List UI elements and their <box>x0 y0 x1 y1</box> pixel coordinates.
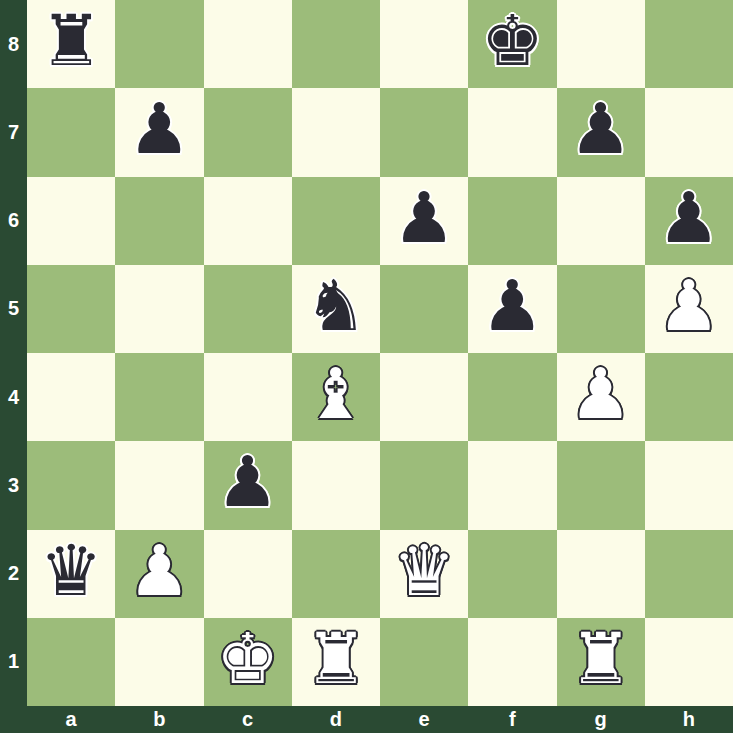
square-d7[interactable] <box>292 88 380 176</box>
square-f8[interactable]: ♚ <box>468 0 556 88</box>
square-a2[interactable]: ♛ <box>27 530 115 618</box>
rank-label-6: 6 <box>0 177 27 265</box>
square-f3[interactable] <box>468 441 556 529</box>
square-h6[interactable]: ♟ <box>645 177 733 265</box>
square-c3[interactable]: ♟ <box>204 441 292 529</box>
file-label-h: h <box>645 706 733 733</box>
square-c4[interactable] <box>204 353 292 441</box>
square-h3[interactable] <box>645 441 733 529</box>
file-label-a: a <box>27 706 115 733</box>
square-e1[interactable] <box>380 618 468 706</box>
file-label-e: e <box>380 706 468 733</box>
rank-label-7: 7 <box>0 88 27 176</box>
square-d5[interactable]: ♞ <box>292 265 380 353</box>
rank-label-5: 5 <box>0 265 27 353</box>
file-label-g: g <box>557 706 645 733</box>
file-label-f: f <box>468 706 556 733</box>
black-knight: ♞ <box>304 271 367 341</box>
square-b6[interactable] <box>115 177 203 265</box>
square-c1[interactable]: ♚ <box>204 618 292 706</box>
square-a1[interactable] <box>27 618 115 706</box>
white-queen: ♛ <box>393 536 456 606</box>
square-g3[interactable] <box>557 441 645 529</box>
square-d3[interactable] <box>292 441 380 529</box>
black-pawn: ♟ <box>481 271 544 341</box>
square-g5[interactable] <box>557 265 645 353</box>
coordinate-corner <box>0 706 27 733</box>
square-g2[interactable] <box>557 530 645 618</box>
black-pawn: ♟ <box>657 183 720 253</box>
square-d2[interactable] <box>292 530 380 618</box>
white-rook: ♜ <box>304 624 367 694</box>
square-e2[interactable]: ♛ <box>380 530 468 618</box>
square-f1[interactable] <box>468 618 556 706</box>
square-g8[interactable] <box>557 0 645 88</box>
chess-board: ♜♚♟♟♟♟♞♟♟♝♟♟♛♟♛♚♜♜ <box>27 0 733 706</box>
square-b2[interactable]: ♟ <box>115 530 203 618</box>
square-f7[interactable] <box>468 88 556 176</box>
rank-label-4: 4 <box>0 353 27 441</box>
rank-labels: 87654321 <box>0 0 27 706</box>
square-e6[interactable]: ♟ <box>380 177 468 265</box>
square-h2[interactable] <box>645 530 733 618</box>
square-f6[interactable] <box>468 177 556 265</box>
file-label-d: d <box>292 706 380 733</box>
white-bishop: ♝ <box>304 359 367 429</box>
square-a5[interactable] <box>27 265 115 353</box>
white-pawn: ♟ <box>128 536 191 606</box>
square-h4[interactable] <box>645 353 733 441</box>
white-king: ♚ <box>216 624 279 694</box>
square-b7[interactable]: ♟ <box>115 88 203 176</box>
square-f2[interactable] <box>468 530 556 618</box>
square-d6[interactable] <box>292 177 380 265</box>
file-label-b: b <box>115 706 203 733</box>
square-e5[interactable] <box>380 265 468 353</box>
square-e3[interactable] <box>380 441 468 529</box>
white-rook: ♜ <box>569 624 632 694</box>
square-h7[interactable] <box>645 88 733 176</box>
square-h1[interactable] <box>645 618 733 706</box>
black-rook: ♜ <box>40 6 103 76</box>
black-pawn: ♟ <box>569 94 632 164</box>
square-g1[interactable]: ♜ <box>557 618 645 706</box>
rank-label-3: 3 <box>0 441 27 529</box>
square-e4[interactable] <box>380 353 468 441</box>
square-c7[interactable] <box>204 88 292 176</box>
square-c6[interactable] <box>204 177 292 265</box>
square-b5[interactable] <box>115 265 203 353</box>
square-e8[interactable] <box>380 0 468 88</box>
square-d8[interactable] <box>292 0 380 88</box>
square-c2[interactable] <box>204 530 292 618</box>
square-e7[interactable] <box>380 88 468 176</box>
square-a7[interactable] <box>27 88 115 176</box>
square-f4[interactable] <box>468 353 556 441</box>
square-a3[interactable] <box>27 441 115 529</box>
square-a4[interactable] <box>27 353 115 441</box>
square-a6[interactable] <box>27 177 115 265</box>
square-g7[interactable]: ♟ <box>557 88 645 176</box>
square-d1[interactable]: ♜ <box>292 618 380 706</box>
black-queen: ♛ <box>40 536 103 606</box>
black-pawn: ♟ <box>393 183 456 253</box>
black-pawn: ♟ <box>128 94 191 164</box>
square-a8[interactable]: ♜ <box>27 0 115 88</box>
square-b3[interactable] <box>115 441 203 529</box>
square-b4[interactable] <box>115 353 203 441</box>
square-g4[interactable]: ♟ <box>557 353 645 441</box>
white-pawn: ♟ <box>569 359 632 429</box>
file-labels: abcdefgh <box>27 706 733 733</box>
square-f5[interactable]: ♟ <box>468 265 556 353</box>
rank-label-8: 8 <box>0 0 27 88</box>
square-b1[interactable] <box>115 618 203 706</box>
rank-label-1: 1 <box>0 618 27 706</box>
square-b8[interactable] <box>115 0 203 88</box>
black-pawn: ♟ <box>216 447 279 517</box>
chess-diagram: 87654321 ♜♚♟♟♟♟♞♟♟♝♟♟♛♟♛♚♜♜ abcdefgh <box>0 0 733 733</box>
file-label-c: c <box>204 706 292 733</box>
rank-label-2: 2 <box>0 530 27 618</box>
square-g6[interactable] <box>557 177 645 265</box>
square-h8[interactable] <box>645 0 733 88</box>
black-king: ♚ <box>481 6 544 76</box>
white-pawn: ♟ <box>657 271 720 341</box>
square-h5[interactable]: ♟ <box>645 265 733 353</box>
square-c5[interactable] <box>204 265 292 353</box>
square-d4[interactable]: ♝ <box>292 353 380 441</box>
square-c8[interactable] <box>204 0 292 88</box>
